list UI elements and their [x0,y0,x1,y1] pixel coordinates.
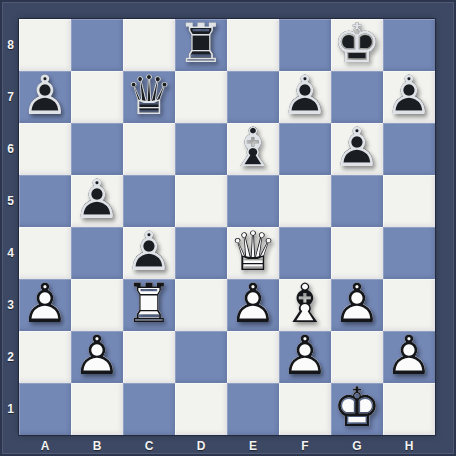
square-a2[interactable] [19,331,71,383]
square-g4[interactable] [331,227,383,279]
piece-fill-glyph: ♚︎ [333,17,381,71]
piece-fill-glyph: ♟︎ [73,329,121,383]
piece-black-pawn[interactable]: ♟︎♙︎ [19,71,71,123]
piece-line-glyph: ♙︎ [333,121,381,175]
piece-fill-glyph: ♟︎ [125,225,173,279]
piece-line-glyph: ♙︎ [333,277,381,331]
square-g7[interactable] [331,71,383,123]
square-e1[interactable] [227,383,279,435]
rank-label-6: 6 [2,123,19,175]
square-d8[interactable]: ♜︎♖︎ [175,19,227,71]
rank-label-8: 8 [2,19,19,71]
chess-board: ♜︎♖︎♚︎♔︎♟︎♙︎♛︎♕︎♟︎♙︎♟︎♙︎♝︎♗︎♟︎♙︎♟︎♙︎♟︎♙︎… [19,19,435,435]
square-g1[interactable]: ♚︎♔︎ [331,383,383,435]
square-e3[interactable]: ♟︎♙︎ [227,279,279,331]
square-e5[interactable] [227,175,279,227]
square-g5[interactable] [331,175,383,227]
piece-line-glyph: ♕︎ [229,225,277,279]
piece-black-rook[interactable]: ♜︎♖︎ [175,19,227,71]
square-f3[interactable]: ♝︎♗︎ [279,279,331,331]
piece-line-glyph: ♙︎ [21,69,69,123]
file-label-d: D [175,435,227,456]
square-c6[interactable] [123,123,175,175]
piece-line-glyph: ♔︎ [333,381,381,435]
square-b4[interactable] [71,227,123,279]
piece-black-pawn[interactable]: ♟︎♙︎ [71,175,123,227]
piece-black-king[interactable]: ♚︎♔︎ [331,19,383,71]
piece-line-glyph: ♙︎ [385,69,433,123]
piece-fill-glyph: ♛︎ [229,225,277,279]
rank-label-5: 5 [2,175,19,227]
piece-fill-glyph: ♟︎ [21,277,69,331]
piece-fill-glyph: ♟︎ [385,329,433,383]
piece-black-pawn[interactable]: ♟︎♙︎ [279,71,331,123]
piece-fill-glyph: ♟︎ [385,69,433,123]
square-f2[interactable]: ♟︎♙︎ [279,331,331,383]
square-a4[interactable] [19,227,71,279]
piece-line-glyph: ♙︎ [73,329,121,383]
file-label-g: G [331,435,383,456]
piece-line-glyph: ♔︎ [333,17,381,71]
piece-black-pawn[interactable]: ♟︎♙︎ [383,71,435,123]
square-e4[interactable]: ♛︎♕︎ [227,227,279,279]
square-f1[interactable] [279,383,331,435]
piece-fill-glyph: ♝︎ [281,277,329,331]
square-h7[interactable]: ♟︎♙︎ [383,71,435,123]
file-label-a: A [19,435,71,456]
square-d5[interactable] [175,175,227,227]
piece-white-pawn[interactable]: ♟︎♙︎ [227,279,279,331]
piece-line-glyph: ♙︎ [281,329,329,383]
piece-fill-glyph: ♟︎ [281,69,329,123]
piece-line-glyph: ♗︎ [229,121,277,175]
rank-label-2: 2 [2,331,19,383]
piece-line-glyph: ♙︎ [73,173,121,227]
piece-line-glyph: ♙︎ [125,225,173,279]
piece-line-glyph: ♕︎ [125,69,173,123]
rank-labels: 87654321 [2,19,19,435]
square-b6[interactable] [71,123,123,175]
rank-label-3: 3 [2,279,19,331]
square-a8[interactable] [19,19,71,71]
square-a6[interactable] [19,123,71,175]
square-d3[interactable] [175,279,227,331]
square-h6[interactable] [383,123,435,175]
piece-line-glyph: ♙︎ [281,69,329,123]
file-label-c: C [123,435,175,456]
square-h2[interactable]: ♟︎♙︎ [383,331,435,383]
piece-white-rook[interactable]: ♜︎♖︎ [123,279,175,331]
square-e7[interactable] [227,71,279,123]
piece-fill-glyph: ♛︎ [125,69,173,123]
piece-black-pawn[interactable]: ♟︎♙︎ [123,227,175,279]
piece-black-queen[interactable]: ♛︎♕︎ [123,71,175,123]
square-h5[interactable] [383,175,435,227]
square-a5[interactable] [19,175,71,227]
piece-fill-glyph: ♟︎ [281,329,329,383]
piece-fill-glyph: ♜︎ [177,17,225,71]
square-f6[interactable] [279,123,331,175]
square-a3[interactable]: ♟︎♙︎ [19,279,71,331]
square-e2[interactable] [227,331,279,383]
piece-black-bishop[interactable]: ♝︎♗︎ [227,123,279,175]
piece-line-glyph: ♙︎ [21,277,69,331]
rank-label-7: 7 [2,71,19,123]
piece-fill-glyph: ♜︎ [125,277,173,331]
piece-white-pawn[interactable]: ♟︎♙︎ [71,331,123,383]
square-e8[interactable] [227,19,279,71]
square-a1[interactable] [19,383,71,435]
piece-white-pawn[interactable]: ♟︎♙︎ [383,331,435,383]
piece-fill-glyph: ♟︎ [333,121,381,175]
file-label-b: B [71,435,123,456]
square-f7[interactable]: ♟︎♙︎ [279,71,331,123]
rank-label-4: 4 [2,227,19,279]
piece-fill-glyph: ♟︎ [73,173,121,227]
square-b1[interactable] [71,383,123,435]
rank-label-1: 1 [2,383,19,435]
piece-line-glyph: ♙︎ [385,329,433,383]
square-c4[interactable]: ♟︎♙︎ [123,227,175,279]
square-c2[interactable] [123,331,175,383]
file-label-h: H [383,435,435,456]
piece-fill-glyph: ♟︎ [229,277,277,331]
piece-white-king[interactable]: ♚︎♔︎ [331,383,383,435]
square-f8[interactable] [279,19,331,71]
piece-black-pawn[interactable]: ♟︎♙︎ [331,123,383,175]
square-g8[interactable]: ♚︎♔︎ [331,19,383,71]
square-d2[interactable] [175,331,227,383]
piece-white-queen[interactable]: ♛︎♕︎ [227,227,279,279]
square-g6[interactable]: ♟︎♙︎ [331,123,383,175]
square-h1[interactable] [383,383,435,435]
piece-white-pawn[interactable]: ♟︎♙︎ [331,279,383,331]
piece-fill-glyph: ♟︎ [333,277,381,331]
piece-fill-glyph: ♟︎ [21,69,69,123]
square-c1[interactable] [123,383,175,435]
file-label-f: F [279,435,331,456]
square-c7[interactable]: ♛︎♕︎ [123,71,175,123]
piece-line-glyph: ♖︎ [125,277,173,331]
piece-line-glyph: ♗︎ [281,277,329,331]
piece-line-glyph: ♙︎ [229,277,277,331]
square-d6[interactable] [175,123,227,175]
square-f5[interactable] [279,175,331,227]
square-f4[interactable] [279,227,331,279]
square-d4[interactable] [175,227,227,279]
piece-line-glyph: ♖︎ [177,17,225,71]
file-label-e: E [227,435,279,456]
piece-fill-glyph: ♝︎ [229,121,277,175]
piece-white-pawn[interactable]: ♟︎♙︎ [279,331,331,383]
square-h8[interactable] [383,19,435,71]
square-c5[interactable] [123,175,175,227]
square-b3[interactable] [71,279,123,331]
square-a7[interactable]: ♟︎♙︎ [19,71,71,123]
square-b8[interactable] [71,19,123,71]
piece-white-bishop[interactable]: ♝︎♗︎ [279,279,331,331]
square-d1[interactable] [175,383,227,435]
square-h4[interactable] [383,227,435,279]
square-b2[interactable]: ♟︎♙︎ [71,331,123,383]
square-c8[interactable] [123,19,175,71]
piece-white-pawn[interactable]: ♟︎♙︎ [19,279,71,331]
board-frame: 87654321 ABCDEFGH ♜︎♖︎♚︎♔︎♟︎♙︎♛︎♕︎♟︎♙︎♟︎… [0,0,456,456]
square-e6[interactable]: ♝︎♗︎ [227,123,279,175]
square-g2[interactable] [331,331,383,383]
piece-fill-glyph: ♚︎ [333,381,381,435]
square-b7[interactable] [71,71,123,123]
square-d7[interactable] [175,71,227,123]
square-g3[interactable]: ♟︎♙︎ [331,279,383,331]
square-b5[interactable]: ♟︎♙︎ [71,175,123,227]
square-c3[interactable]: ♜︎♖︎ [123,279,175,331]
file-labels: ABCDEFGH [19,435,435,456]
square-h3[interactable] [383,279,435,331]
